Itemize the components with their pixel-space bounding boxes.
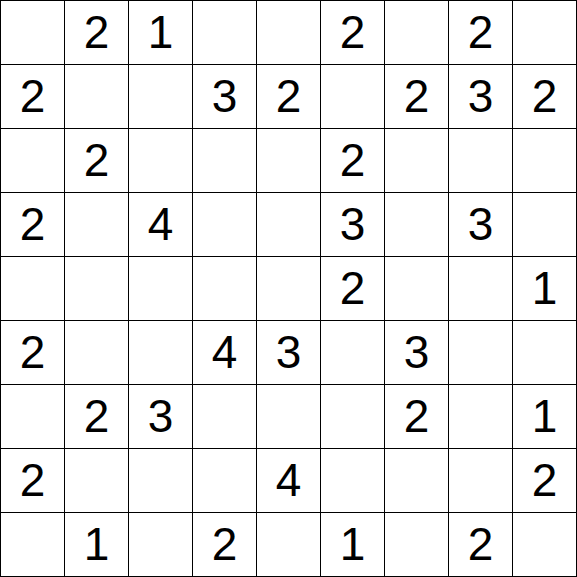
cell-r4c1-clue-2[interactable]: 2 (1, 193, 64, 256)
cell-r2c2-empty[interactable] (65, 65, 128, 128)
cell-r1c1-empty[interactable] (1, 1, 64, 64)
cell-r8c1-clue-2[interactable]: 2 (1, 449, 64, 512)
cell-r6c2-empty[interactable] (65, 321, 128, 384)
cell-r4c2-empty[interactable] (65, 193, 128, 256)
cell-r9c1-empty[interactable] (1, 513, 64, 576)
cell-r5c4-empty[interactable] (193, 257, 256, 320)
cell-r1c4-empty[interactable] (193, 1, 256, 64)
cell-r2c1-clue-2[interactable]: 2 (1, 65, 64, 128)
cell-r5c5-empty[interactable] (257, 257, 320, 320)
cell-r7c5-empty[interactable] (257, 385, 320, 448)
cell-r6c7-clue-3[interactable]: 3 (385, 321, 448, 384)
cell-r6c5-clue-3[interactable]: 3 (257, 321, 320, 384)
cell-r1c5-empty[interactable] (257, 1, 320, 64)
cell-r8c7-empty[interactable] (385, 449, 448, 512)
cell-r5c9-clue-1[interactable]: 1 (513, 257, 576, 320)
cell-r1c6-clue-2[interactable]: 2 (321, 1, 384, 64)
cell-r4c6-clue-3[interactable]: 3 (321, 193, 384, 256)
cell-r8c4-empty[interactable] (193, 449, 256, 512)
cell-r7c1-empty[interactable] (1, 385, 64, 448)
cell-r6c1-clue-2[interactable]: 2 (1, 321, 64, 384)
cell-r6c4-clue-4[interactable]: 4 (193, 321, 256, 384)
cell-r5c6-clue-2[interactable]: 2 (321, 257, 384, 320)
cell-r2c8-clue-3[interactable]: 3 (449, 65, 512, 128)
cell-r6c3-empty[interactable] (129, 321, 192, 384)
cell-r5c7-empty[interactable] (385, 257, 448, 320)
cell-r7c3-clue-3[interactable]: 3 (129, 385, 192, 448)
cell-r4c9-empty[interactable] (513, 193, 576, 256)
cell-r6c9-empty[interactable] (513, 321, 576, 384)
cell-r5c3-empty[interactable] (129, 257, 192, 320)
cell-r2c9-clue-2[interactable]: 2 (513, 65, 576, 128)
cell-r3c6-clue-2[interactable]: 2 (321, 129, 384, 192)
cell-r9c2-clue-1[interactable]: 1 (65, 513, 128, 576)
cell-r3c3-empty[interactable] (129, 129, 192, 192)
cell-r3c8-empty[interactable] (449, 129, 512, 192)
cell-r3c7-empty[interactable] (385, 129, 448, 192)
cell-r2c7-clue-2[interactable]: 2 (385, 65, 448, 128)
cell-r9c3-empty[interactable] (129, 513, 192, 576)
cell-r7c6-empty[interactable] (321, 385, 384, 448)
cell-r7c9-clue-1[interactable]: 1 (513, 385, 576, 448)
cell-r3c5-empty[interactable] (257, 129, 320, 192)
cell-r9c4-clue-2[interactable]: 2 (193, 513, 256, 576)
cell-r5c8-empty[interactable] (449, 257, 512, 320)
cell-r8c5-clue-4[interactable]: 4 (257, 449, 320, 512)
cell-r3c9-empty[interactable] (513, 129, 576, 192)
cell-r4c4-empty[interactable] (193, 193, 256, 256)
cell-r8c6-empty[interactable] (321, 449, 384, 512)
cell-r9c5-empty[interactable] (257, 513, 320, 576)
cell-r7c7-clue-2[interactable]: 2 (385, 385, 448, 448)
cell-r2c5-clue-2[interactable]: 2 (257, 65, 320, 128)
cell-r5c1-empty[interactable] (1, 257, 64, 320)
cell-r3c4-empty[interactable] (193, 129, 256, 192)
cell-r1c8-clue-2[interactable]: 2 (449, 1, 512, 64)
cell-r9c6-clue-1[interactable]: 1 (321, 513, 384, 576)
cell-r5c2-empty[interactable] (65, 257, 128, 320)
cell-r7c2-clue-2[interactable]: 2 (65, 385, 128, 448)
cell-r1c2-clue-2[interactable]: 2 (65, 1, 128, 64)
cell-r9c7-empty[interactable] (385, 513, 448, 576)
puzzle-board: 212223223222243321243323212421212 (0, 0, 577, 577)
cell-r2c3-empty[interactable] (129, 65, 192, 128)
cell-r6c6-empty[interactable] (321, 321, 384, 384)
cell-r8c8-empty[interactable] (449, 449, 512, 512)
cell-r8c2-empty[interactable] (65, 449, 128, 512)
cell-r1c3-clue-1[interactable]: 1 (129, 1, 192, 64)
cell-r2c6-empty[interactable] (321, 65, 384, 128)
cell-r7c4-empty[interactable] (193, 385, 256, 448)
cell-r4c8-clue-3[interactable]: 3 (449, 193, 512, 256)
cell-r3c1-empty[interactable] (1, 129, 64, 192)
cell-r9c8-clue-2[interactable]: 2 (449, 513, 512, 576)
cell-r4c3-clue-4[interactable]: 4 (129, 193, 192, 256)
cell-r4c5-empty[interactable] (257, 193, 320, 256)
cell-r9c9-empty[interactable] (513, 513, 576, 576)
cell-r1c9-empty[interactable] (513, 1, 576, 64)
cell-r8c9-clue-2[interactable]: 2 (513, 449, 576, 512)
cell-r4c7-empty[interactable] (385, 193, 448, 256)
cell-r2c4-clue-3[interactable]: 3 (193, 65, 256, 128)
cell-r8c3-empty[interactable] (129, 449, 192, 512)
cell-r6c8-empty[interactable] (449, 321, 512, 384)
cell-r3c2-clue-2[interactable]: 2 (65, 129, 128, 192)
cell-r1c7-empty[interactable] (385, 1, 448, 64)
cell-r7c8-empty[interactable] (449, 385, 512, 448)
